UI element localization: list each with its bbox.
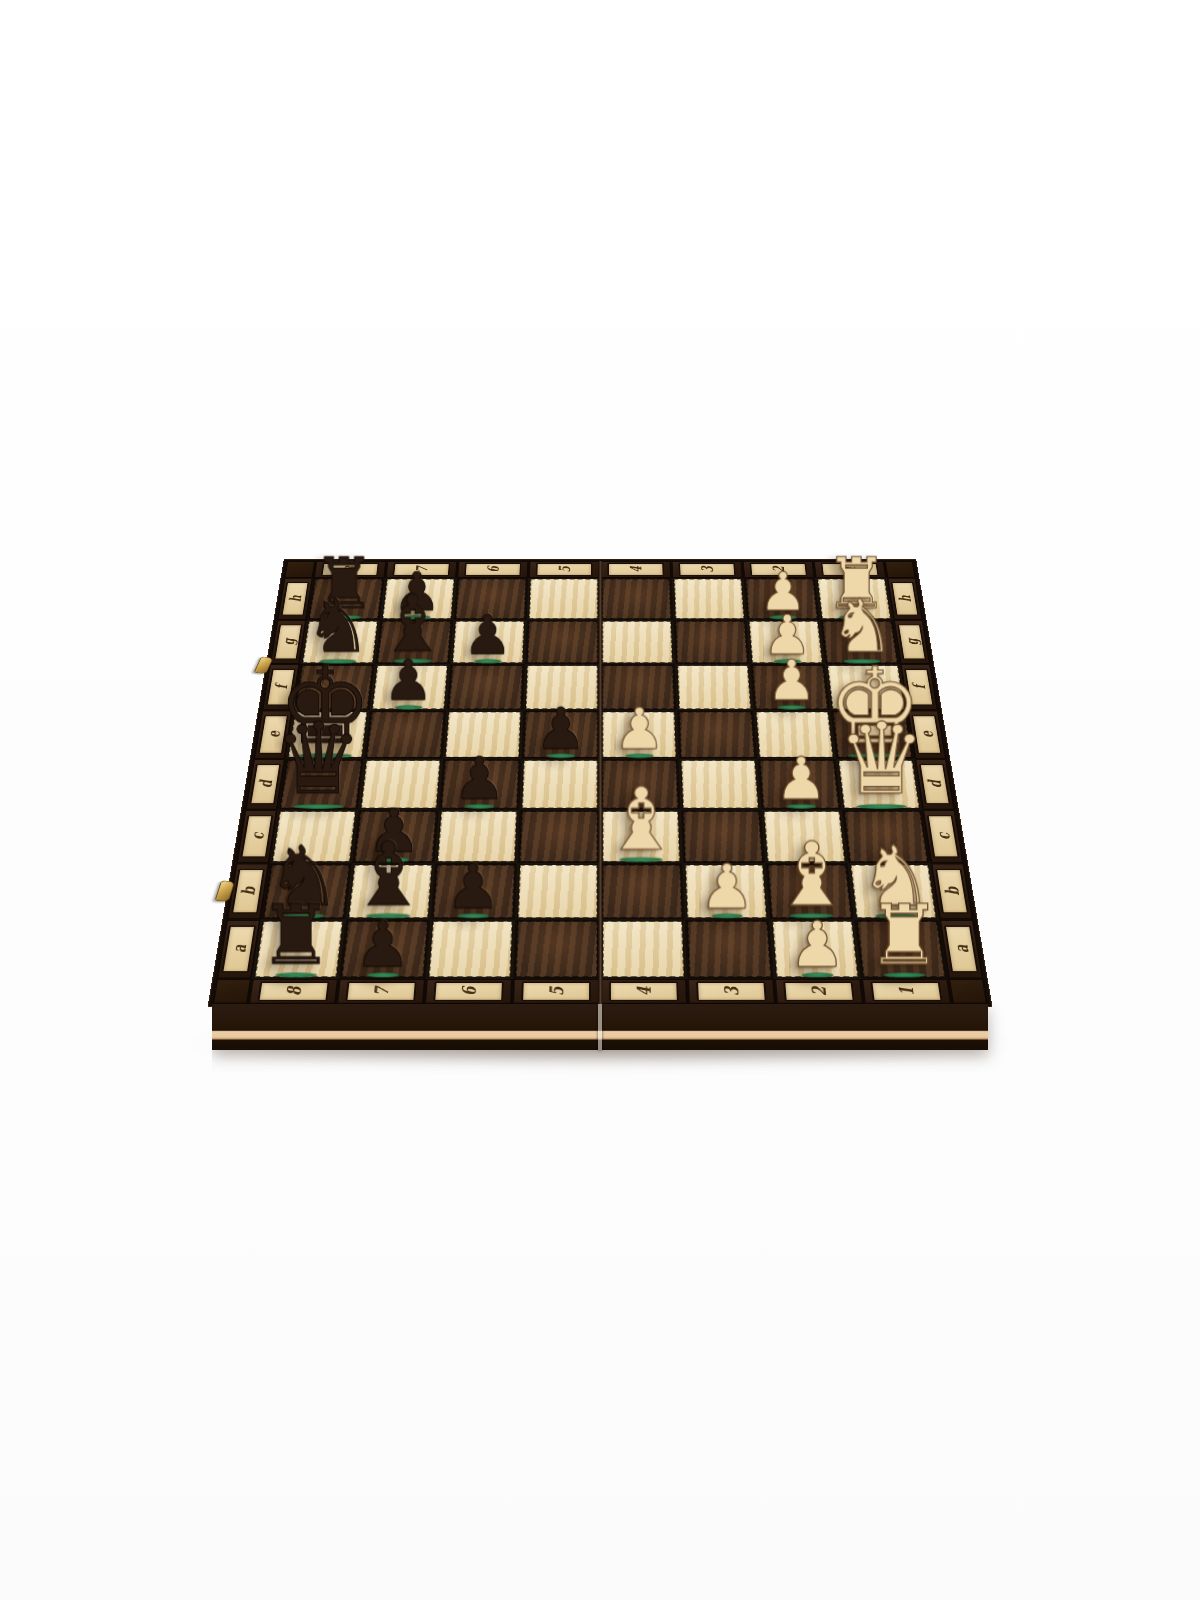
square-e3 <box>677 710 757 758</box>
file-label: f <box>271 685 291 689</box>
white-pawn-f2: ♟ <box>767 655 817 708</box>
product-photo: 87654321h♜♟♟♜hg♞♝♟♟♞gf♟♟fe♚♟♟♚ed♛♟♟♛dc♟♝… <box>0 0 1200 1600</box>
square-g4 <box>600 620 675 664</box>
scene-stage: 87654321h♜♟♟♜hg♞♝♟♟♞gf♟♟fe♚♟♟♚ed♛♟♟♛dc♟♝… <box>208 228 992 1004</box>
square-f6 <box>446 664 525 710</box>
frame-cell: 5 <box>512 979 600 1004</box>
white-pawn-b3: ♟ <box>699 858 754 916</box>
square-h4 <box>600 578 673 620</box>
file-label: h <box>895 595 914 602</box>
square-d1: ♛ <box>836 759 922 810</box>
file-label: a <box>227 945 250 953</box>
file-label: h <box>286 595 305 602</box>
white-pawn-e4: ♟ <box>614 702 665 756</box>
square-a6 <box>426 920 515 979</box>
square-e4: ♟ <box>600 710 679 758</box>
file-label: f <box>909 685 929 689</box>
square-d6: ♟ <box>439 759 522 810</box>
black-queen-d8: ♛ <box>274 713 363 807</box>
frame-corner <box>284 561 316 578</box>
white-bishop-b2: ♝ <box>772 832 851 916</box>
square-d2: ♟ <box>757 759 841 810</box>
rank-label-plaque: 4 <box>609 982 679 1002</box>
rank-label: 3 <box>698 566 716 572</box>
white-queen-d1: ♛ <box>837 713 926 807</box>
white-pawn-a2: ♟ <box>789 915 846 975</box>
frame-cell: a <box>939 920 984 979</box>
square-g6: ♟ <box>450 620 527 664</box>
white-rook-a1: ♜ <box>867 897 941 976</box>
file-label: b <box>237 887 259 896</box>
square-h3 <box>672 578 747 620</box>
rank-label: 4 <box>627 566 645 572</box>
rank-label-plaque: 4 <box>607 563 664 576</box>
black-pawn-b6: ♟ <box>445 858 500 916</box>
board-tilt: 87654321h♜♟♟♜hg♞♝♟♟♞gf♟♟fe♚♟♟♚ed♛♟♟♛dc♟♝… <box>212 561 988 1004</box>
file-label-plaque: a <box>221 925 256 972</box>
square-a7: ♟ <box>339 920 431 979</box>
square-g5 <box>525 620 600 664</box>
rank-label-plaque: 5 <box>536 563 593 576</box>
rank-label-plaque: 3 <box>678 563 736 576</box>
square-b6: ♟ <box>430 863 517 919</box>
rank-label: 7 <box>370 987 393 996</box>
front-fold-seam <box>598 1004 602 1050</box>
square-a8: ♜ <box>252 920 346 979</box>
file-label: g <box>278 638 298 645</box>
rank-label: 8 <box>341 566 360 572</box>
square-f3 <box>675 664 754 710</box>
file-label: d <box>924 780 945 788</box>
rank-label: 3 <box>720 987 742 996</box>
frame-cell: 6 <box>424 979 513 1004</box>
frame-cell: 2 <box>774 979 864 1004</box>
file-label: d <box>255 780 276 788</box>
box-front-edge <box>212 1004 988 1050</box>
black-rook-a8: ♜ <box>259 897 333 976</box>
square-f2: ♟ <box>750 664 830 710</box>
rank-label: 6 <box>457 987 479 996</box>
rank-label-plaque: 3 <box>696 982 767 1002</box>
square-d3 <box>679 759 762 810</box>
square-a1: ♜ <box>854 920 948 979</box>
rank-label-plaque: 6 <box>433 982 504 1002</box>
square-h5 <box>527 578 600 620</box>
black-pawn-g6: ♟ <box>463 610 512 662</box>
rank-label: 6 <box>484 566 502 572</box>
square-a3 <box>685 920 774 979</box>
frame-cell: 3 <box>687 979 776 1004</box>
rank-label-plaque: 7 <box>345 982 416 1002</box>
frame-cell: 3 <box>671 561 743 578</box>
square-d8: ♛ <box>278 759 364 810</box>
white-bishop-c4: ♝ <box>603 778 680 860</box>
black-pawn-a7: ♟ <box>354 915 411 975</box>
frame-corner <box>884 561 916 578</box>
black-pawn-f7: ♟ <box>383 655 433 708</box>
rank-label-plaque: 5 <box>521 982 591 1002</box>
file-label-plaque: a <box>944 925 979 972</box>
frame-corner <box>948 979 988 1004</box>
rank-label: 1 <box>840 566 859 572</box>
rank-label: 5 <box>545 987 567 996</box>
file-label: b <box>941 887 963 896</box>
frame-cell: 8 <box>248 979 339 1004</box>
rank-label: 1 <box>895 987 918 996</box>
file-label: c <box>932 833 954 840</box>
square-e7 <box>364 710 446 758</box>
rank-label-plaque: 6 <box>464 563 522 576</box>
rank-label: 5 <box>555 566 573 572</box>
frame-cell: 1 <box>861 979 952 1004</box>
square-g3 <box>673 620 750 664</box>
square-b3: ♟ <box>683 863 770 919</box>
square-b5 <box>515 863 600 919</box>
square-d5 <box>519 759 600 810</box>
rank-label: 2 <box>769 566 787 572</box>
white-pawn-d2: ♟ <box>775 751 827 807</box>
square-a4 <box>600 920 687 979</box>
file-label: e <box>916 731 936 738</box>
black-pawn-e5: ♟ <box>535 702 586 756</box>
frame-cell: a <box>216 920 261 979</box>
square-e5: ♟ <box>521 710 600 758</box>
file-label: c <box>246 833 268 840</box>
file-label: g <box>902 638 922 645</box>
black-pawn-d6: ♟ <box>453 751 505 807</box>
square-c5 <box>517 810 600 863</box>
square-a2: ♟ <box>770 920 862 979</box>
frame-cell: 6 <box>457 561 529 578</box>
rank-label-plaque: 8 <box>257 982 329 1002</box>
frame-cell: 5 <box>528 561 600 578</box>
square-c4: ♝ <box>600 810 683 863</box>
rank-label: 2 <box>807 987 830 996</box>
black-bishop-b7: ♝ <box>349 832 428 916</box>
rank-label: 8 <box>282 987 305 996</box>
rank-label-plaque: 2 <box>783 982 854 1002</box>
square-f7: ♟ <box>370 664 450 710</box>
file-label: e <box>263 731 283 738</box>
file-label: a <box>950 945 973 953</box>
frame-cell: 4 <box>600 979 688 1004</box>
frame-cell: 4 <box>600 561 672 578</box>
frame-corner <box>212 979 252 1004</box>
square-b4 <box>600 863 685 919</box>
rank-label: 4 <box>633 987 655 996</box>
frame-cell: 7 <box>336 979 426 1004</box>
square-a5 <box>513 920 600 979</box>
rank-label-plaque: 1 <box>870 982 942 1002</box>
file-label-plaque: h <box>891 582 919 616</box>
rank-label: 7 <box>412 566 430 572</box>
